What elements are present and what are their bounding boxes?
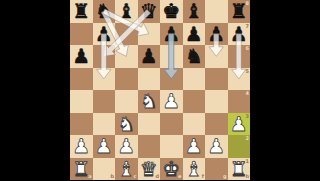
file-label: f (202, 174, 204, 179)
letterbox-right (250, 0, 320, 180)
square-e1[interactable]: ♚e (160, 158, 183, 181)
rank-label: 6 (246, 46, 249, 51)
piece-white-pawn[interactable]: ♟ (207, 135, 225, 158)
piece-black-pawn[interactable]: ♟ (185, 22, 203, 45)
square-h7[interactable]: ♟7 (228, 23, 251, 46)
square-a4[interactable] (70, 90, 93, 113)
square-e6[interactable] (160, 45, 183, 68)
rank-label: 8 (246, 1, 249, 6)
square-a1[interactable]: ♜a (70, 158, 93, 181)
piece-black-pawn[interactable]: ♟ (95, 22, 113, 45)
piece-black-pawn[interactable]: ♟ (140, 45, 158, 68)
piece-black-bishop[interactable]: ♝ (185, 0, 203, 22)
piece-black-king[interactable]: ♚ (162, 0, 180, 22)
square-c3[interactable]: ♞ (115, 113, 138, 136)
square-e4[interactable]: ♟ (160, 90, 183, 113)
square-h4[interactable]: 4 (228, 90, 251, 113)
square-b3[interactable] (93, 113, 116, 136)
piece-black-knight[interactable]: ♞ (185, 45, 203, 68)
square-e2[interactable] (160, 135, 183, 158)
piece-white-pawn[interactable]: ♟ (117, 135, 135, 158)
square-d8[interactable]: ♛ (138, 0, 161, 23)
square-f3[interactable] (183, 113, 206, 136)
rank-label: 4 (246, 91, 249, 96)
square-c8[interactable]: ♝ (115, 0, 138, 23)
square-f6[interactable]: ♞ (183, 45, 206, 68)
square-f7[interactable]: ♟ (183, 23, 206, 46)
piece-black-knight[interactable]: ♞ (95, 0, 113, 22)
square-e3[interactable] (160, 113, 183, 136)
square-c4[interactable] (115, 90, 138, 113)
square-a3[interactable] (70, 113, 93, 136)
file-label: d (155, 174, 159, 179)
square-d7[interactable] (138, 23, 161, 46)
square-f5[interactable] (183, 68, 206, 91)
square-a2[interactable]: ♟ (70, 135, 93, 158)
square-c2[interactable]: ♟ (115, 135, 138, 158)
file-label: c (134, 174, 137, 179)
square-c1[interactable]: ♝c (115, 158, 138, 181)
square-f4[interactable] (183, 90, 206, 113)
square-a8[interactable]: ♜ (70, 0, 93, 23)
rank-label: 5 (246, 69, 249, 74)
square-h5[interactable]: 5 (228, 68, 251, 91)
square-b6[interactable] (93, 45, 116, 68)
square-g7[interactable]: ♟ (205, 23, 228, 46)
chess-board: ♜♞♝♛♚♝♜8♟♟♟♟♟7♟♟♞65♞♟4♞♟3♟♟♟♟♟2♜ab♝c♛d♚e… (70, 0, 250, 180)
piece-black-pawn[interactable]: ♟ (162, 22, 180, 45)
piece-white-bishop[interactable]: ♝ (185, 157, 203, 180)
square-b2[interactable]: ♟ (93, 135, 116, 158)
square-g5[interactable] (205, 68, 228, 91)
rank-label: 2 (246, 136, 249, 141)
piece-black-bishop[interactable]: ♝ (117, 0, 135, 22)
square-d5[interactable] (138, 68, 161, 91)
square-a6[interactable]: ♟ (70, 45, 93, 68)
square-b4[interactable] (93, 90, 116, 113)
square-h1[interactable]: ♜1h (228, 158, 251, 181)
file-label: h (245, 174, 249, 179)
square-d1[interactable]: ♛d (138, 158, 161, 181)
square-a5[interactable] (70, 68, 93, 91)
square-g8[interactable] (205, 0, 228, 23)
rank-label: 7 (246, 24, 249, 29)
piece-black-pawn[interactable]: ♟ (72, 45, 90, 68)
square-b1[interactable]: b (93, 158, 116, 181)
rank-label: 3 (246, 114, 249, 119)
piece-black-pawn[interactable]: ♟ (207, 22, 225, 45)
file-label: g (223, 174, 227, 179)
square-b8[interactable]: ♞ (93, 0, 116, 23)
piece-black-queen[interactable]: ♛ (140, 0, 158, 22)
letterbox-left (0, 0, 70, 180)
piece-white-pawn[interactable]: ♟ (162, 90, 180, 113)
square-h8[interactable]: ♜8 (228, 0, 251, 23)
video-frame: ♜♞♝♛♚♝♜8♟♟♟♟♟7♟♟♞65♞♟4♞♟3♟♟♟♟♟2♜ab♝c♛d♚e… (0, 0, 320, 180)
square-e5[interactable] (160, 68, 183, 91)
square-c7[interactable] (115, 23, 138, 46)
square-b5[interactable] (93, 68, 116, 91)
file-label: b (110, 174, 114, 179)
square-b7[interactable]: ♟ (93, 23, 116, 46)
square-g4[interactable] (205, 90, 228, 113)
piece-white-pawn[interactable]: ♟ (185, 135, 203, 158)
file-label: a (88, 174, 91, 179)
square-a7[interactable] (70, 23, 93, 46)
piece-white-knight[interactable]: ♞ (140, 90, 158, 113)
piece-white-pawn[interactable]: ♟ (95, 135, 113, 158)
piece-black-rook[interactable]: ♜ (72, 0, 90, 22)
square-h6[interactable]: 6 (228, 45, 251, 68)
square-c6[interactable] (115, 45, 138, 68)
square-d3[interactable] (138, 113, 161, 136)
square-d6[interactable]: ♟ (138, 45, 161, 68)
piece-white-knight[interactable]: ♞ (117, 112, 135, 135)
square-e7[interactable]: ♟ (160, 23, 183, 46)
square-g3[interactable] (205, 113, 228, 136)
square-h2[interactable]: 2 (228, 135, 251, 158)
square-d4[interactable]: ♞ (138, 90, 161, 113)
square-f1[interactable]: ♝f (183, 158, 206, 181)
file-label: e (178, 174, 181, 179)
square-c5[interactable] (115, 68, 138, 91)
square-g1[interactable]: g (205, 158, 228, 181)
square-g6[interactable] (205, 45, 228, 68)
square-f2[interactable]: ♟ (183, 135, 206, 158)
square-d2[interactable] (138, 135, 161, 158)
square-g2[interactable]: ♟ (205, 135, 228, 158)
square-f8[interactable]: ♝ (183, 0, 206, 23)
piece-white-bishop[interactable]: ♝ (117, 157, 135, 180)
piece-white-pawn[interactable]: ♟ (72, 135, 90, 158)
square-h3[interactable]: ♟3 (228, 113, 251, 136)
rank-label: 1 (246, 159, 249, 164)
square-e8[interactable]: ♚ (160, 0, 183, 23)
